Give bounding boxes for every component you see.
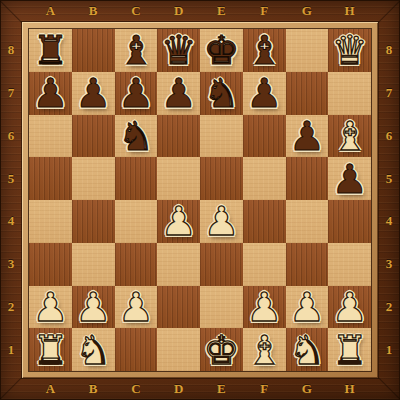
piece-white-pawn[interactable]: ♟ bbox=[75, 287, 111, 327]
piece-black-pawn[interactable]: ♟ bbox=[118, 73, 154, 113]
frame-corner-miter bbox=[378, 0, 400, 23]
piece-white-pawn[interactable]: ♟ bbox=[32, 287, 68, 327]
piece-white-bishop[interactable]: ♝ bbox=[246, 330, 282, 370]
square-b1[interactable]: ♞ bbox=[72, 328, 115, 371]
square-h6[interactable]: ♝ bbox=[328, 115, 371, 158]
rank-label-2: 2 bbox=[378, 286, 400, 329]
square-a6[interactable] bbox=[29, 115, 72, 158]
square-a8[interactable]: ♜ bbox=[29, 29, 72, 72]
square-f6[interactable] bbox=[243, 115, 286, 158]
square-c7[interactable]: ♟ bbox=[115, 72, 158, 115]
square-d6[interactable] bbox=[157, 115, 200, 158]
frame-corner-miter bbox=[0, 377, 22, 400]
square-d8[interactable]: ♛ bbox=[157, 29, 200, 72]
frame-corner-miter bbox=[0, 0, 22, 23]
square-a7[interactable]: ♟ bbox=[29, 72, 72, 115]
piece-black-bishop[interactable]: ♝ bbox=[246, 30, 282, 70]
square-h1[interactable]: ♜ bbox=[328, 328, 371, 371]
square-d5[interactable] bbox=[157, 157, 200, 200]
square-b2[interactable]: ♟ bbox=[72, 286, 115, 329]
square-h8[interactable]: ♛ bbox=[328, 29, 371, 72]
rank-label-7: 7 bbox=[0, 72, 22, 115]
piece-white-pawn[interactable]: ♟ bbox=[289, 287, 325, 327]
rank-label-5: 5 bbox=[378, 157, 400, 200]
square-g8[interactable] bbox=[286, 29, 329, 72]
rank-label-2: 2 bbox=[0, 286, 22, 329]
rank-label-4: 4 bbox=[378, 200, 400, 243]
rank-label-8: 8 bbox=[0, 29, 22, 72]
square-b3[interactable] bbox=[72, 243, 115, 286]
rank-label-6: 6 bbox=[0, 115, 22, 158]
piece-black-pawn[interactable]: ♟ bbox=[246, 73, 282, 113]
square-d4[interactable]: ♟ bbox=[157, 200, 200, 243]
file-label-d: D bbox=[157, 378, 200, 400]
file-label-f: F bbox=[243, 378, 286, 400]
square-f5[interactable] bbox=[243, 157, 286, 200]
piece-black-rook[interactable]: ♜ bbox=[32, 30, 68, 70]
square-e3[interactable] bbox=[200, 243, 243, 286]
file-label-g: G bbox=[286, 378, 329, 400]
piece-black-pawn[interactable]: ♟ bbox=[332, 159, 368, 199]
square-h4[interactable] bbox=[328, 200, 371, 243]
square-e4[interactable]: ♟ bbox=[200, 200, 243, 243]
square-f1[interactable]: ♝ bbox=[243, 328, 286, 371]
square-h5[interactable]: ♟ bbox=[328, 157, 371, 200]
file-label-g: G bbox=[286, 0, 329, 22]
square-h2[interactable]: ♟ bbox=[328, 286, 371, 329]
square-g5[interactable] bbox=[286, 157, 329, 200]
piece-black-pawn[interactable]: ♟ bbox=[75, 73, 111, 113]
square-b5[interactable] bbox=[72, 157, 115, 200]
square-c5[interactable] bbox=[115, 157, 158, 200]
file-label-e: E bbox=[200, 378, 243, 400]
rank-label-8: 8 bbox=[378, 29, 400, 72]
square-c8[interactable]: ♝ bbox=[115, 29, 158, 72]
rank-label-6: 6 bbox=[378, 115, 400, 158]
rank-label-1: 1 bbox=[378, 328, 400, 371]
rank-label-4: 4 bbox=[0, 200, 22, 243]
file-label-c: C bbox=[115, 378, 158, 400]
square-h3[interactable] bbox=[328, 243, 371, 286]
square-b4[interactable] bbox=[72, 200, 115, 243]
board-bevel: ♜♝♛♚♝♛♟♟♟♟♞♟♞♟♝♟♟♟♟♟♟♟♟♟♜♞♚♝♞♜ bbox=[22, 22, 378, 378]
piece-white-pawn[interactable]: ♟ bbox=[118, 287, 154, 327]
square-c2[interactable]: ♟ bbox=[115, 286, 158, 329]
piece-white-bishop[interactable]: ♝ bbox=[332, 116, 368, 156]
square-c4[interactable] bbox=[115, 200, 158, 243]
square-e5[interactable] bbox=[200, 157, 243, 200]
piece-white-pawn[interactable]: ♟ bbox=[161, 201, 197, 241]
rank-label-5: 5 bbox=[0, 157, 22, 200]
piece-white-knight[interactable]: ♞ bbox=[289, 330, 325, 370]
square-e1[interactable]: ♚ bbox=[200, 328, 243, 371]
piece-black-pawn[interactable]: ♟ bbox=[289, 116, 325, 156]
file-label-h: H bbox=[328, 378, 371, 400]
rank-label-3: 3 bbox=[378, 243, 400, 286]
file-label-a: A bbox=[29, 0, 72, 22]
square-g6[interactable]: ♟ bbox=[286, 115, 329, 158]
square-b7[interactable]: ♟ bbox=[72, 72, 115, 115]
piece-white-knight[interactable]: ♞ bbox=[75, 330, 111, 370]
piece-white-pawn[interactable]: ♟ bbox=[203, 201, 239, 241]
square-g3[interactable] bbox=[286, 243, 329, 286]
square-d1[interactable] bbox=[157, 328, 200, 371]
square-e7[interactable]: ♞ bbox=[200, 72, 243, 115]
file-label-c: C bbox=[115, 0, 158, 22]
square-a3[interactable] bbox=[29, 243, 72, 286]
piece-black-bishop[interactable]: ♝ bbox=[118, 30, 154, 70]
piece-black-pawn[interactable]: ♟ bbox=[161, 73, 197, 113]
piece-white-pawn[interactable]: ♟ bbox=[246, 287, 282, 327]
file-labels-top: ABCDEFGH bbox=[29, 0, 371, 22]
square-c1[interactable] bbox=[115, 328, 158, 371]
rank-labels-right: 87654321 bbox=[378, 29, 400, 371]
file-label-h: H bbox=[328, 0, 371, 22]
rank-label-3: 3 bbox=[0, 243, 22, 286]
square-c6[interactable]: ♞ bbox=[115, 115, 158, 158]
square-f3[interactable] bbox=[243, 243, 286, 286]
square-a2[interactable]: ♟ bbox=[29, 286, 72, 329]
file-label-b: B bbox=[72, 378, 115, 400]
square-f8[interactable]: ♝ bbox=[243, 29, 286, 72]
square-h7[interactable] bbox=[328, 72, 371, 115]
file-label-f: F bbox=[243, 0, 286, 22]
square-g2[interactable]: ♟ bbox=[286, 286, 329, 329]
rank-labels-left: 87654321 bbox=[0, 29, 22, 371]
file-label-e: E bbox=[200, 0, 243, 22]
square-c3[interactable] bbox=[115, 243, 158, 286]
square-b6[interactable] bbox=[72, 115, 115, 158]
square-d7[interactable]: ♟ bbox=[157, 72, 200, 115]
square-b8[interactable] bbox=[72, 29, 115, 72]
rank-label-7: 7 bbox=[378, 72, 400, 115]
piece-white-pawn[interactable]: ♟ bbox=[332, 287, 368, 327]
square-d2[interactable] bbox=[157, 286, 200, 329]
rank-label-1: 1 bbox=[0, 328, 22, 371]
piece-black-queen[interactable]: ♛ bbox=[161, 30, 197, 70]
square-e6[interactable] bbox=[200, 115, 243, 158]
square-f7[interactable]: ♟ bbox=[243, 72, 286, 115]
piece-black-pawn[interactable]: ♟ bbox=[32, 73, 68, 113]
file-label-a: A bbox=[29, 378, 72, 400]
square-g7[interactable] bbox=[286, 72, 329, 115]
piece-white-queen[interactable]: ♛ bbox=[332, 30, 368, 70]
square-e2[interactable] bbox=[200, 286, 243, 329]
square-g1[interactable]: ♞ bbox=[286, 328, 329, 371]
square-a4[interactable] bbox=[29, 200, 72, 243]
square-a5[interactable] bbox=[29, 157, 72, 200]
file-labels-bottom: ABCDEFGH bbox=[29, 378, 371, 400]
piece-black-knight[interactable]: ♞ bbox=[203, 73, 239, 113]
square-d3[interactable] bbox=[157, 243, 200, 286]
file-label-d: D bbox=[157, 0, 200, 22]
piece-black-knight[interactable]: ♞ bbox=[118, 116, 154, 156]
file-label-b: B bbox=[72, 0, 115, 22]
piece-black-king[interactable]: ♚ bbox=[203, 30, 239, 70]
square-f2[interactable]: ♟ bbox=[243, 286, 286, 329]
square-e8[interactable]: ♚ bbox=[200, 29, 243, 72]
square-f4[interactable] bbox=[243, 200, 286, 243]
square-a1[interactable]: ♜ bbox=[29, 328, 72, 371]
piece-white-rook[interactable]: ♜ bbox=[332, 330, 368, 370]
piece-white-king[interactable]: ♚ bbox=[203, 330, 239, 370]
frame-corner-miter bbox=[378, 377, 400, 400]
square-g4[interactable] bbox=[286, 200, 329, 243]
chess-board: ♜♝♛♚♝♛♟♟♟♟♞♟♞♟♝♟♟♟♟♟♟♟♟♟♜♞♚♝♞♜ bbox=[29, 29, 371, 371]
piece-white-rook[interactable]: ♜ bbox=[32, 330, 68, 370]
chess-board-frame: ABCDEFGH ABCDEFGH 87654321 87654321 ♜♝♛♚… bbox=[0, 0, 400, 400]
